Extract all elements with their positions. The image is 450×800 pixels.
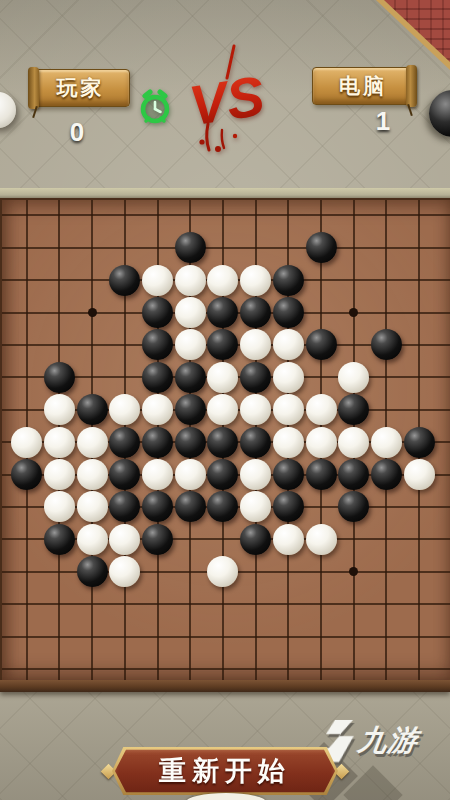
stone-white: ○ <box>306 427 337 458</box>
gomoku-app: 玩家 0 VS 电脑 1 ●●●○○○○●●○●●●●○●○○●●●● <box>0 0 450 800</box>
restart-button-face: 重新开始 <box>115 748 335 794</box>
stone-black: ● <box>77 394 108 425</box>
stone-white: ○ <box>109 556 140 587</box>
stone-black: ● <box>44 362 75 393</box>
stone-white: ○ <box>142 394 173 425</box>
stone-black: ● <box>240 427 271 458</box>
stone-black: ● <box>207 297 238 328</box>
jiuyou-watermark-text: 九游 <box>355 721 421 761</box>
stone-black: ● <box>109 265 140 296</box>
stone-white: ○ <box>273 427 304 458</box>
vs-text: VS <box>185 64 269 138</box>
stone-white: ○ <box>273 394 304 425</box>
stone-black: ● <box>240 524 271 555</box>
player-banner: 玩家 <box>31 69 130 107</box>
grid-line-horizontal <box>2 247 450 249</box>
stone-black: ● <box>207 459 238 490</box>
stone-white: ○ <box>306 394 337 425</box>
stone-white: ○ <box>371 427 402 458</box>
stone-white: ○ <box>175 459 206 490</box>
restart-label: 重新开始 <box>159 753 291 789</box>
stone-white: ○ <box>306 524 337 555</box>
stone-black: ● <box>142 524 173 555</box>
grid-line-horizontal <box>2 214 450 216</box>
stone-black: ● <box>11 459 42 490</box>
stone-white: ○ <box>44 459 75 490</box>
vs-graphic: VS <box>178 44 276 154</box>
stone-black: ● <box>142 329 173 360</box>
stone-black: ● <box>338 459 369 490</box>
stone-black: ● <box>306 459 337 490</box>
timer-clock-icon <box>136 88 174 126</box>
stone-black: ● <box>207 491 238 522</box>
stone-white: ○ <box>109 524 140 555</box>
stone-white: ○ <box>175 329 206 360</box>
player-score: 0 <box>47 117 107 148</box>
player-label: 玩家 <box>57 74 105 102</box>
stone-black: ● <box>338 491 369 522</box>
board[interactable]: ●●●○○○○●●○●●●●○●○○●●●●●○●○○○●○○●○○○○●○○○… <box>0 198 450 680</box>
stone-white: ○ <box>77 427 108 458</box>
stone-white: ○ <box>207 394 238 425</box>
stone-black: ● <box>77 556 108 587</box>
stone-black: ● <box>142 491 173 522</box>
stone-black: ● <box>207 329 238 360</box>
stone-white: ○ <box>11 427 42 458</box>
stone-black: ● <box>44 524 75 555</box>
board-top-edge <box>0 188 450 198</box>
stone-black: ● <box>338 394 369 425</box>
stone-black: ● <box>109 491 140 522</box>
stone-black: ● <box>240 297 271 328</box>
grid-line-horizontal <box>2 668 450 670</box>
stone-white: ○ <box>273 362 304 393</box>
star-point <box>349 308 358 317</box>
stone-white: ○ <box>109 394 140 425</box>
stone-black: ● <box>273 491 304 522</box>
stone-black: ● <box>109 427 140 458</box>
star-point <box>88 308 97 317</box>
stone-white: ○ <box>240 265 271 296</box>
stone-black: ● <box>175 394 206 425</box>
stone-white: ○ <box>240 329 271 360</box>
stone-black: ● <box>306 329 337 360</box>
stone-white: ○ <box>175 297 206 328</box>
stone-white: ○ <box>338 427 369 458</box>
stone-black: ● <box>273 297 304 328</box>
stone-black: ● <box>142 427 173 458</box>
stone-black: ● <box>109 459 140 490</box>
decor-white-stone <box>0 92 16 128</box>
stone-black: ● <box>142 297 173 328</box>
stone-black: ● <box>371 459 402 490</box>
restart-button[interactable]: 重新开始 <box>112 745 338 797</box>
stone-white: ○ <box>44 427 75 458</box>
stone-black: ● <box>273 459 304 490</box>
banner-string <box>32 106 38 118</box>
stone-white: ○ <box>175 265 206 296</box>
board-bottom-edge <box>0 680 450 692</box>
computer-banner: 电脑 <box>312 67 414 105</box>
stone-white: ○ <box>240 491 271 522</box>
computer-label: 电脑 <box>339 72 387 100</box>
stone-black: ● <box>175 362 206 393</box>
stone-black: ● <box>240 362 271 393</box>
grid-line-horizontal <box>2 603 450 605</box>
stone-black: ● <box>273 265 304 296</box>
stone-white: ○ <box>240 459 271 490</box>
stone-white: ○ <box>338 362 369 393</box>
stone-white: ○ <box>207 556 238 587</box>
stone-black: ● <box>404 427 435 458</box>
stone-white: ○ <box>44 394 75 425</box>
stone-white: ○ <box>273 524 304 555</box>
stone-black: ● <box>371 329 402 360</box>
stone-white: ○ <box>273 329 304 360</box>
stone-white: ○ <box>207 265 238 296</box>
stone-black: ● <box>175 491 206 522</box>
jiuyou-watermark: 九游 <box>317 718 421 764</box>
stone-white: ○ <box>142 459 173 490</box>
stone-white: ○ <box>77 459 108 490</box>
stone-black: ● <box>175 427 206 458</box>
stone-white: ○ <box>142 265 173 296</box>
stone-white: ○ <box>207 362 238 393</box>
stone-white: ○ <box>404 459 435 490</box>
stone-black: ● <box>175 232 206 263</box>
star-point <box>349 567 358 576</box>
grid-line-horizontal <box>2 636 450 638</box>
stone-black: ● <box>142 362 173 393</box>
computer-score: 1 <box>353 106 413 137</box>
decor-black-stone <box>429 90 450 137</box>
stone-white: ○ <box>44 491 75 522</box>
stone-white: ○ <box>240 394 271 425</box>
stone-black: ● <box>306 232 337 263</box>
stone-black: ● <box>207 427 238 458</box>
stone-white: ○ <box>77 491 108 522</box>
stone-white: ○ <box>77 524 108 555</box>
